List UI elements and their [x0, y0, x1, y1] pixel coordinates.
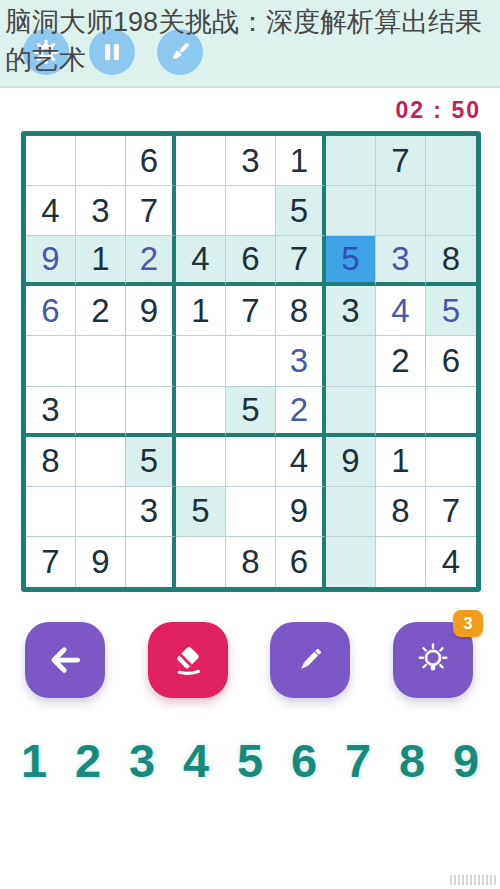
cell-r6c9[interactable]: [426, 387, 476, 437]
cell-r9c8[interactable]: [376, 537, 426, 587]
cell-r5c8[interactable]: 2: [376, 336, 426, 386]
cell-r7c9[interactable]: [426, 437, 476, 487]
cell-r9c9[interactable]: 4: [426, 537, 476, 587]
pencil-button[interactable]: [270, 622, 350, 698]
cell-r2c1[interactable]: 4: [26, 186, 76, 236]
cell-r2c3[interactable]: 7: [126, 186, 176, 236]
cell-r4c8[interactable]: 4: [376, 286, 426, 336]
cell-r8c1[interactable]: [26, 487, 76, 537]
cell-r1c9[interactable]: [426, 136, 476, 186]
numpad-7[interactable]: 7: [332, 733, 384, 788]
numpad-4[interactable]: 4: [170, 733, 222, 788]
cell-r5c2[interactable]: [76, 336, 126, 386]
cell-r3c8[interactable]: 3: [376, 236, 426, 286]
cell-r3c4[interactable]: 4: [176, 236, 226, 286]
cell-r8c9[interactable]: 7: [426, 487, 476, 537]
cell-r7c4[interactable]: [176, 437, 226, 487]
cell-r5c5[interactable]: [226, 336, 276, 386]
arrow-left-icon: [46, 641, 84, 679]
cell-r9c7[interactable]: [326, 537, 376, 587]
cell-r6c4[interactable]: [176, 387, 226, 437]
numpad-2[interactable]: 2: [62, 733, 114, 788]
eraser-button[interactable]: [148, 622, 228, 698]
cell-r3c5[interactable]: 6: [226, 236, 276, 286]
cell-r1c4[interactable]: [176, 136, 226, 186]
cell-r1c2[interactable]: [76, 136, 126, 186]
cell-r2c8[interactable]: [376, 186, 426, 236]
cell-r2c2[interactable]: 3: [76, 186, 126, 236]
cell-r7c6[interactable]: 4: [276, 437, 326, 487]
cell-r5c9[interactable]: 6: [426, 336, 476, 386]
cell-r6c1[interactable]: 3: [26, 387, 76, 437]
cell-r2c5[interactable]: [226, 186, 276, 236]
cell-r3c3[interactable]: 2: [126, 236, 176, 286]
cell-r9c1[interactable]: 7: [26, 537, 76, 587]
cell-r4c9[interactable]: 5: [426, 286, 476, 336]
sudoku-board: 6317437591246753862917834532635285491359…: [21, 131, 481, 592]
cell-r2c6[interactable]: 5: [276, 186, 326, 236]
cell-r5c7[interactable]: [326, 336, 376, 386]
cell-r1c8[interactable]: 7: [376, 136, 426, 186]
cell-r6c7[interactable]: [326, 387, 376, 437]
numpad-5[interactable]: 5: [224, 733, 276, 788]
numpad-6[interactable]: 6: [278, 733, 330, 788]
cell-r6c8[interactable]: [376, 387, 426, 437]
cell-r3c2[interactable]: 1: [76, 236, 126, 286]
cell-r8c7[interactable]: [326, 487, 376, 537]
cell-r4c5[interactable]: 7: [226, 286, 276, 336]
cell-r4c2[interactable]: 2: [76, 286, 126, 336]
cell-r7c3[interactable]: 5: [126, 437, 176, 487]
hint-count-badge: 3: [453, 610, 483, 637]
cell-r8c8[interactable]: 8: [376, 487, 426, 537]
header: 脑洞大师198关挑战：深度解析算出结果的艺术: [0, 0, 500, 88]
cell-r6c3[interactable]: [126, 387, 176, 437]
cell-r4c7[interactable]: 3: [326, 286, 376, 336]
cell-r3c6[interactable]: 7: [276, 236, 326, 286]
undo-button[interactable]: [25, 622, 105, 698]
cell-r5c1[interactable]: [26, 336, 76, 386]
cell-r6c6[interactable]: 2: [276, 387, 326, 437]
pencil-icon: [291, 641, 329, 679]
cell-r5c4[interactable]: [176, 336, 226, 386]
cell-r8c2[interactable]: [76, 487, 126, 537]
eraser-icon: [169, 641, 207, 679]
cell-r1c7[interactable]: [326, 136, 376, 186]
cell-r1c1[interactable]: [26, 136, 76, 186]
cell-r7c5[interactable]: [226, 437, 276, 487]
cell-r1c3[interactable]: 6: [126, 136, 176, 186]
cell-r7c1[interactable]: 8: [26, 437, 76, 487]
cell-r9c3[interactable]: [126, 537, 176, 587]
numpad-9[interactable]: 9: [440, 733, 492, 788]
cell-r3c9[interactable]: 8: [426, 236, 476, 286]
cell-r2c9[interactable]: [426, 186, 476, 236]
cell-r8c5[interactable]: [226, 487, 276, 537]
numpad-8[interactable]: 8: [386, 733, 438, 788]
cell-r8c3[interactable]: 3: [126, 487, 176, 537]
hint-button[interactable]: 3: [393, 622, 473, 698]
cell-r4c1[interactable]: 6: [26, 286, 76, 336]
cell-r7c2[interactable]: [76, 437, 126, 487]
cell-r7c7[interactable]: 9: [326, 437, 376, 487]
cell-r9c5[interactable]: 8: [226, 537, 276, 587]
cell-r4c6[interactable]: 8: [276, 286, 326, 336]
watermark: [450, 875, 496, 885]
number-pad: 123456789: [8, 733, 492, 788]
cell-r5c3[interactable]: [126, 336, 176, 386]
cell-r4c4[interactable]: 1: [176, 286, 226, 336]
cell-r7c8[interactable]: 1: [376, 437, 426, 487]
numpad-1[interactable]: 1: [8, 733, 60, 788]
cell-r8c4[interactable]: 5: [176, 487, 226, 537]
cell-r8c6[interactable]: 9: [276, 487, 326, 537]
lightbulb-icon: [414, 641, 452, 679]
cell-r2c4[interactable]: [176, 186, 226, 236]
cell-r5c6[interactable]: 3: [276, 336, 326, 386]
cell-r3c1[interactable]: 9: [26, 236, 76, 286]
cell-r6c5[interactable]: 5: [226, 387, 276, 437]
numpad-3[interactable]: 3: [116, 733, 168, 788]
cell-r3c7[interactable]: 5: [326, 236, 376, 286]
timer: 02 : 50: [395, 97, 481, 124]
cell-r1c5[interactable]: 3: [226, 136, 276, 186]
cell-r9c4[interactable]: [176, 537, 226, 587]
cell-r4c3[interactable]: 9: [126, 286, 176, 336]
cell-r2c7[interactable]: [326, 186, 376, 236]
cell-r9c6[interactable]: 6: [276, 537, 326, 587]
cell-r9c2[interactable]: 9: [76, 537, 126, 587]
page-title: 脑洞大师198关挑战：深度解析算出结果的艺术: [5, 3, 497, 79]
cell-r6c2[interactable]: [76, 387, 126, 437]
cell-r1c6[interactable]: 1: [276, 136, 326, 186]
